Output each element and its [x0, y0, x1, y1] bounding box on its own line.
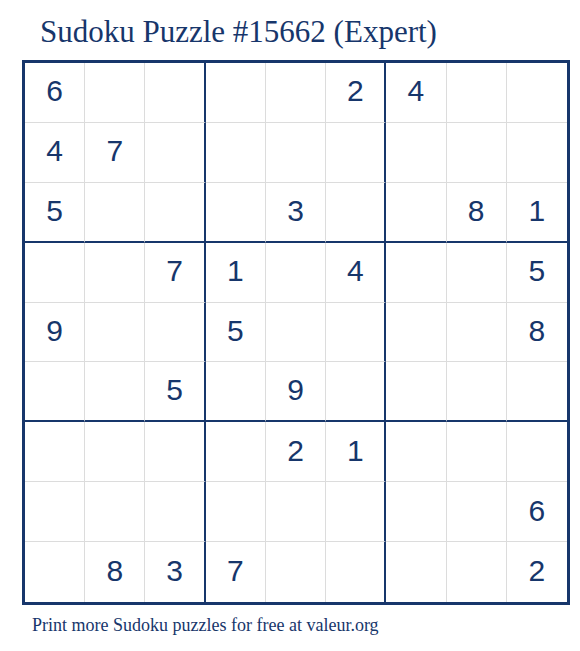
- cell-r7c7[interactable]: [386, 422, 446, 482]
- cell-r9c4[interactable]: 7: [206, 542, 266, 602]
- cell-r8c5[interactable]: [266, 482, 326, 542]
- cell-r9c5[interactable]: [266, 542, 326, 602]
- cell-r6c8[interactable]: [447, 362, 507, 422]
- given-digit: 3: [287, 196, 304, 226]
- cell-r5c1[interactable]: 9: [25, 303, 85, 363]
- cell-r7c6[interactable]: 1: [326, 422, 386, 482]
- cell-r2c8[interactable]: [447, 123, 507, 183]
- cell-r4c1[interactable]: [25, 243, 85, 303]
- sudoku-print-page: Sudoku Puzzle #15662 (Expert) 6244753817…: [0, 0, 580, 651]
- cell-r6c5[interactable]: 9: [266, 362, 326, 422]
- cell-r6c7[interactable]: [386, 362, 446, 422]
- given-digit: 1: [529, 196, 546, 226]
- cell-r7c2[interactable]: [85, 422, 145, 482]
- footer-text: Print more Sudoku puzzles for free at va…: [32, 613, 379, 637]
- given-digit: 7: [106, 136, 123, 166]
- cell-r6c9[interactable]: [507, 362, 567, 422]
- given-digit: 6: [529, 496, 546, 526]
- cell-r2c2[interactable]: 7: [85, 123, 145, 183]
- given-digit: 4: [347, 256, 364, 286]
- cell-r4c3[interactable]: 7: [145, 243, 205, 303]
- cell-r7c3[interactable]: [145, 422, 205, 482]
- cell-r6c2[interactable]: [85, 362, 145, 422]
- cell-r2c1[interactable]: 4: [25, 123, 85, 183]
- given-digit: 1: [227, 256, 244, 286]
- cell-r8c9[interactable]: 6: [507, 482, 567, 542]
- cell-r7c5[interactable]: 2: [266, 422, 326, 482]
- cell-r5c8[interactable]: [447, 303, 507, 363]
- cell-r2c9[interactable]: [507, 123, 567, 183]
- given-digit: 6: [46, 76, 63, 106]
- given-digit: 7: [227, 556, 244, 586]
- given-digit: 1: [347, 436, 364, 466]
- cell-r4c9[interactable]: 5: [507, 243, 567, 303]
- cell-r7c4[interactable]: [206, 422, 266, 482]
- cell-r1c3[interactable]: [145, 63, 205, 123]
- cell-r3c4[interactable]: [206, 183, 266, 243]
- cell-r9c2[interactable]: 8: [85, 542, 145, 602]
- cell-r2c7[interactable]: [386, 123, 446, 183]
- cell-r4c6[interactable]: 4: [326, 243, 386, 303]
- given-digit: 8: [106, 556, 123, 586]
- sudoku-board: 6244753817145958592168372: [22, 60, 570, 605]
- cell-r2c6[interactable]: [326, 123, 386, 183]
- cell-r5c5[interactable]: [266, 303, 326, 363]
- cell-r1c6[interactable]: 2: [326, 63, 386, 123]
- cell-r8c7[interactable]: [386, 482, 446, 542]
- given-digit: 4: [408, 76, 425, 106]
- given-digit: 4: [46, 136, 63, 166]
- given-digit: 5: [166, 375, 183, 405]
- given-digit: 2: [529, 556, 546, 586]
- given-digit: 7: [166, 256, 183, 286]
- cell-r8c1[interactable]: [25, 482, 85, 542]
- cell-r6c1[interactable]: [25, 362, 85, 422]
- cell-r3c9[interactable]: 1: [507, 183, 567, 243]
- cell-r1c1[interactable]: 6: [25, 63, 85, 123]
- cell-r5c3[interactable]: [145, 303, 205, 363]
- cell-r2c4[interactable]: [206, 123, 266, 183]
- cell-r3c8[interactable]: 8: [447, 183, 507, 243]
- cell-r7c1[interactable]: [25, 422, 85, 482]
- cell-r3c7[interactable]: [386, 183, 446, 243]
- cell-r2c3[interactable]: [145, 123, 205, 183]
- cell-r8c3[interactable]: [145, 482, 205, 542]
- cell-r5c9[interactable]: 8: [507, 303, 567, 363]
- cell-r3c5[interactable]: 3: [266, 183, 326, 243]
- cell-r5c7[interactable]: [386, 303, 446, 363]
- cell-r4c5[interactable]: [266, 243, 326, 303]
- given-digit: 9: [287, 375, 304, 405]
- cell-r9c9[interactable]: 2: [507, 542, 567, 602]
- cell-r6c3[interactable]: 5: [145, 362, 205, 422]
- cell-r1c9[interactable]: [507, 63, 567, 123]
- cell-r5c2[interactable]: [85, 303, 145, 363]
- cell-r9c3[interactable]: 3: [145, 542, 205, 602]
- cell-r4c4[interactable]: 1: [206, 243, 266, 303]
- cell-r9c7[interactable]: [386, 542, 446, 602]
- cell-r3c3[interactable]: [145, 183, 205, 243]
- cell-r2c5[interactable]: [266, 123, 326, 183]
- cell-r1c8[interactable]: [447, 63, 507, 123]
- cell-r4c7[interactable]: [386, 243, 446, 303]
- cell-r1c7[interactable]: 4: [386, 63, 446, 123]
- cell-r8c8[interactable]: [447, 482, 507, 542]
- cell-r4c2[interactable]: [85, 243, 145, 303]
- given-digit: 3: [166, 556, 183, 586]
- given-digit: 8: [468, 196, 485, 226]
- cell-r1c4[interactable]: [206, 63, 266, 123]
- cell-r6c6[interactable]: [326, 362, 386, 422]
- cell-r5c4[interactable]: 5: [206, 303, 266, 363]
- given-digit: 5: [46, 196, 63, 226]
- cell-r1c2[interactable]: [85, 63, 145, 123]
- cell-r5c6[interactable]: [326, 303, 386, 363]
- given-digit: 2: [287, 436, 304, 466]
- given-digit: 5: [529, 256, 546, 286]
- cell-r7c9[interactable]: [507, 422, 567, 482]
- page-title: Sudoku Puzzle #15662 (Expert): [40, 13, 437, 51]
- cell-r8c4[interactable]: [206, 482, 266, 542]
- cell-r9c6[interactable]: [326, 542, 386, 602]
- cell-r3c2[interactable]: [85, 183, 145, 243]
- cell-r9c1[interactable]: [25, 542, 85, 602]
- given-digit: 5: [227, 316, 244, 346]
- given-digit: 8: [529, 316, 546, 346]
- cell-r8c2[interactable]: [85, 482, 145, 542]
- cell-r9c8[interactable]: [447, 542, 507, 602]
- cell-r3c6[interactable]: [326, 183, 386, 243]
- cell-r8c6[interactable]: [326, 482, 386, 542]
- cell-r3c1[interactable]: 5: [25, 183, 85, 243]
- cell-r7c8[interactable]: [447, 422, 507, 482]
- given-digit: 9: [46, 316, 63, 346]
- cell-r4c8[interactable]: [447, 243, 507, 303]
- cell-r6c4[interactable]: [206, 362, 266, 422]
- cell-r1c5[interactable]: [266, 63, 326, 123]
- given-digit: 2: [347, 76, 364, 106]
